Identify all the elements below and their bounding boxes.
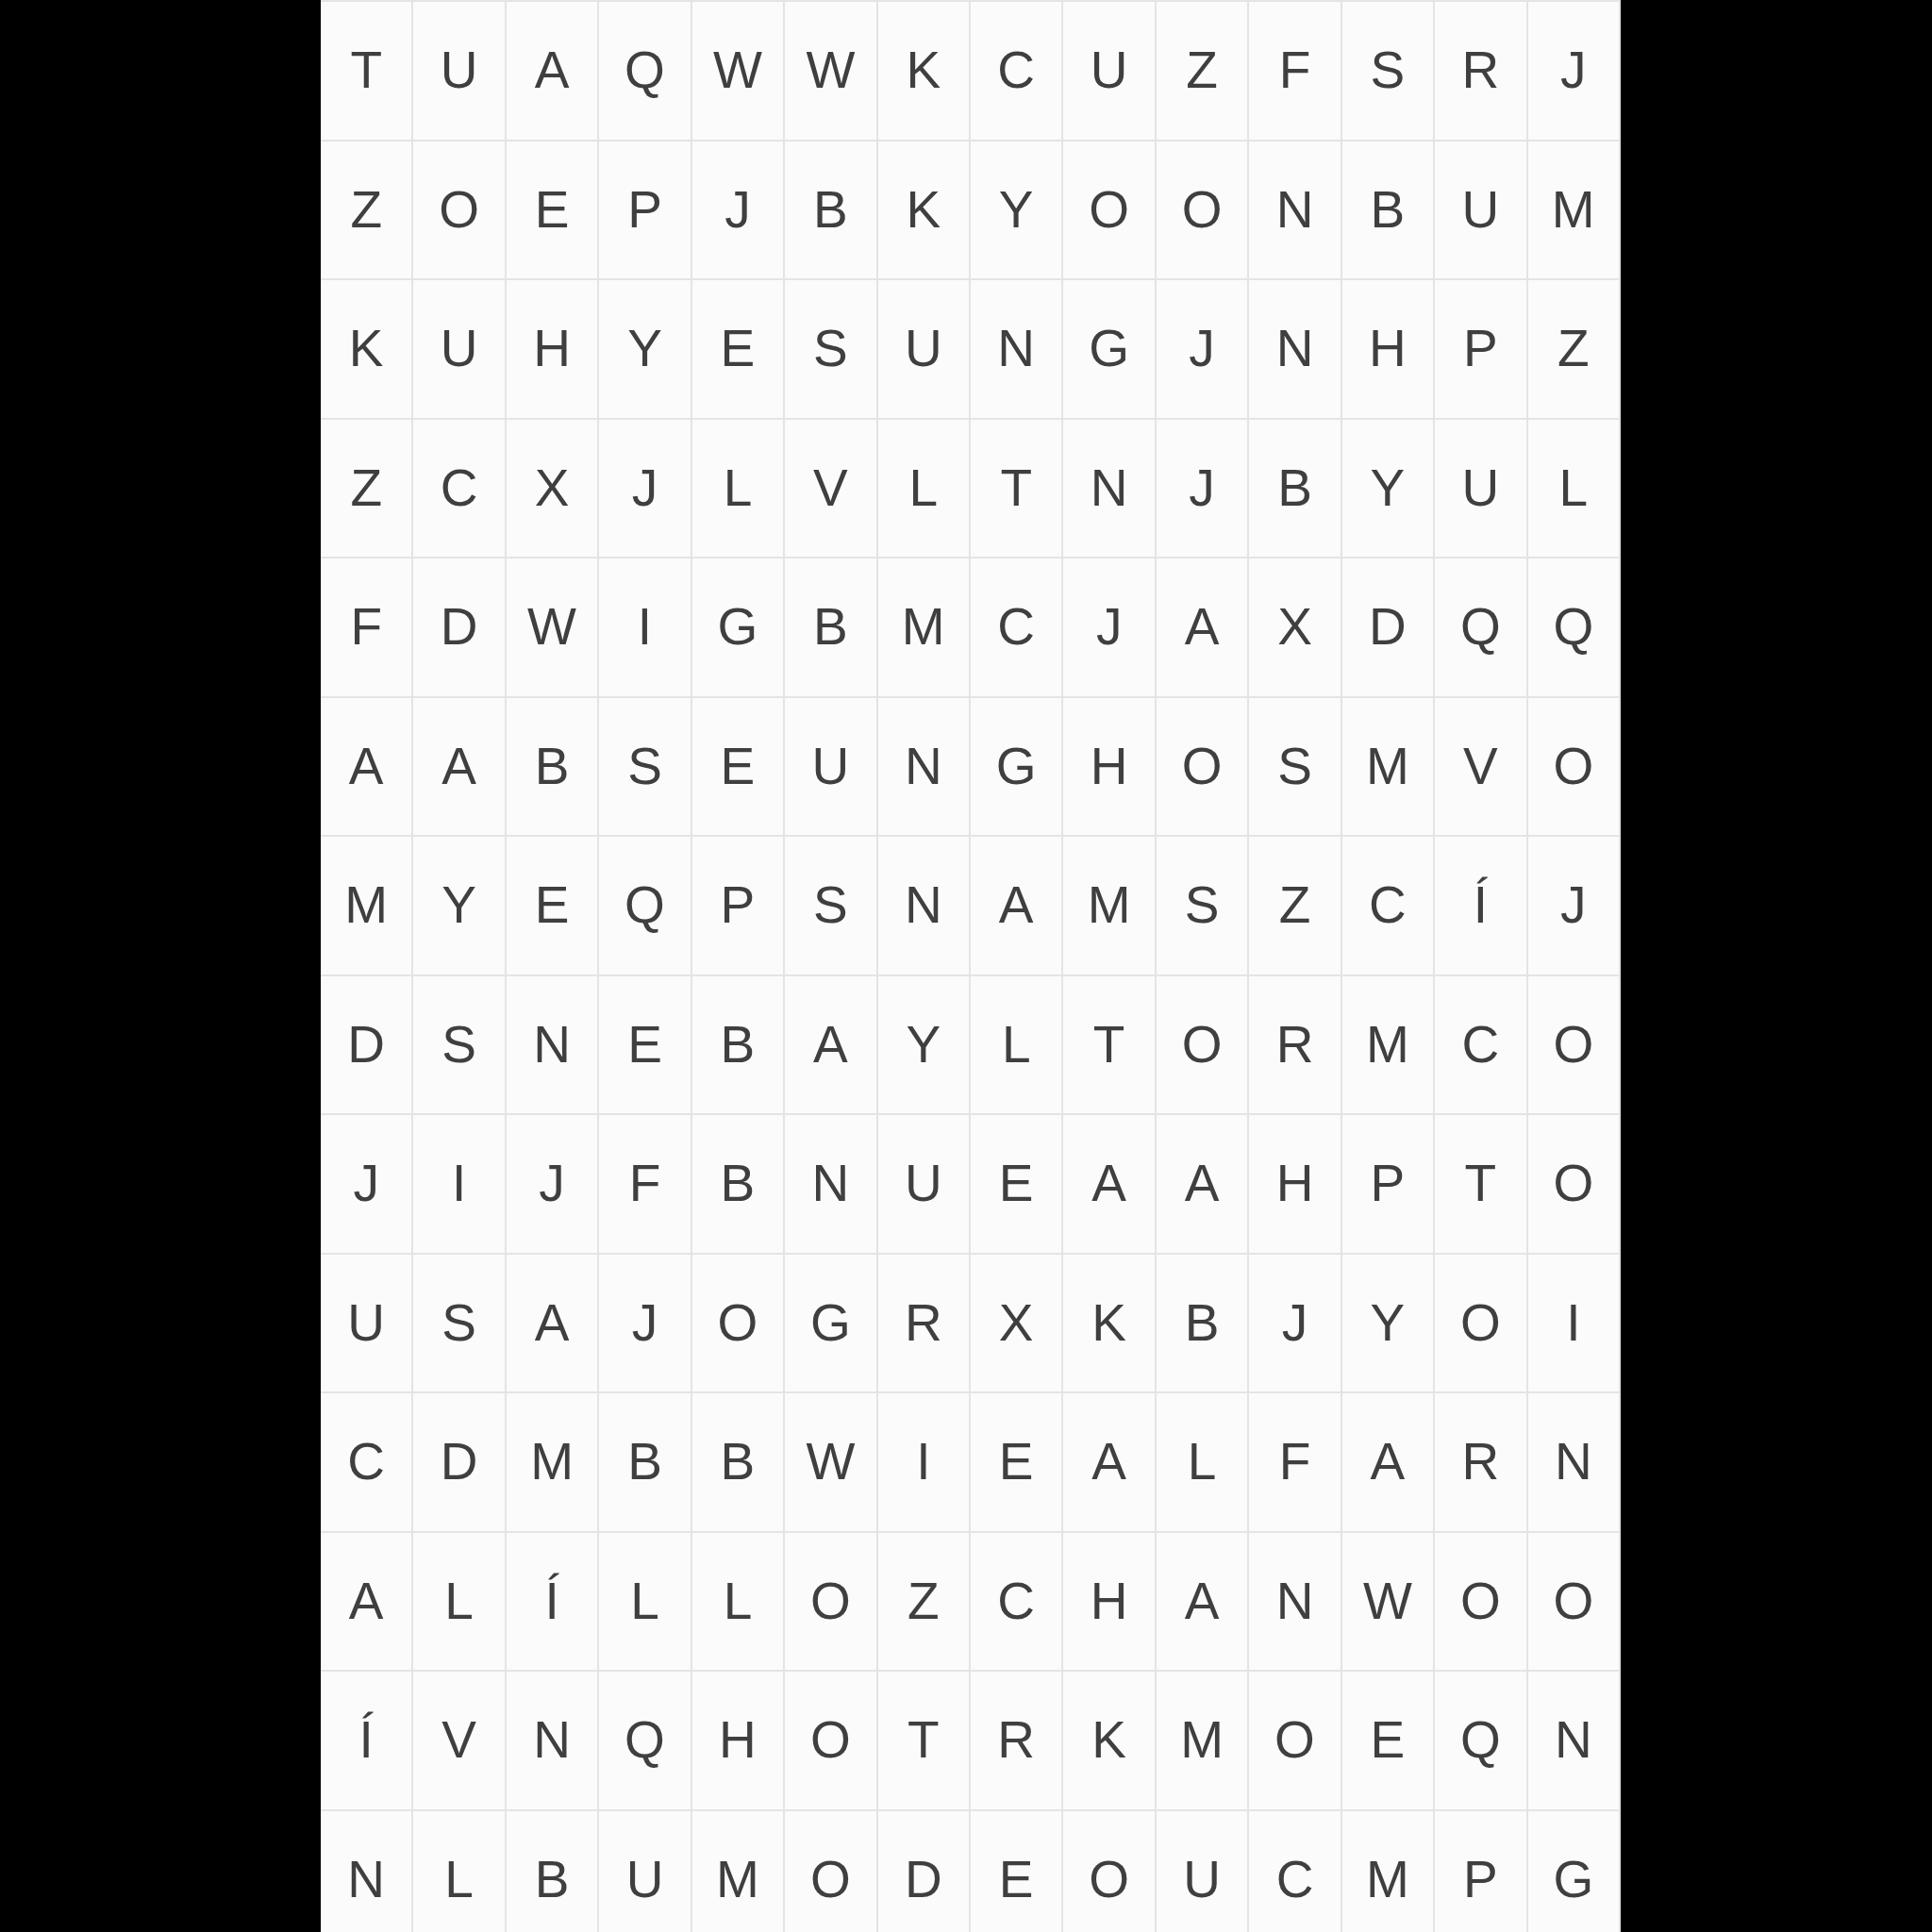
grid-cell[interactable]: N xyxy=(1249,280,1341,420)
grid-cell[interactable]: M xyxy=(692,1811,785,1932)
grid-cell[interactable]: A xyxy=(507,1255,599,1394)
grid-cell[interactable]: U xyxy=(1435,142,1527,281)
grid-cell[interactable]: B xyxy=(1249,420,1341,559)
grid-cell[interactable]: D xyxy=(321,976,413,1116)
grid-cell[interactable]: C xyxy=(971,2,1063,142)
grid-cell[interactable]: U xyxy=(413,280,506,420)
grid-cell[interactable]: E xyxy=(971,1393,1063,1533)
grid-cell[interactable]: B xyxy=(1157,1255,1249,1394)
grid-cell[interactable]: B xyxy=(507,698,599,838)
grid-cell[interactable]: Q xyxy=(1528,558,1621,698)
grid-cell[interactable]: N xyxy=(321,1811,413,1932)
grid-cell[interactable]: S xyxy=(785,837,877,976)
grid-cell[interactable]: T xyxy=(878,1672,971,1811)
grid-cell[interactable]: J xyxy=(599,420,691,559)
grid-cell[interactable]: B xyxy=(692,1393,785,1533)
grid-cell[interactable]: I xyxy=(878,1393,971,1533)
grid-cell[interactable]: J xyxy=(599,1255,691,1394)
grid-cell[interactable]: E xyxy=(507,837,599,976)
grid-cell[interactable]: O xyxy=(1435,1533,1527,1673)
grid-cell[interactable]: O xyxy=(1063,1811,1156,1932)
grid-cell[interactable]: N xyxy=(878,837,971,976)
grid-cell[interactable]: B xyxy=(1342,142,1435,281)
grid-cell[interactable]: O xyxy=(1528,698,1621,838)
grid-cell[interactable]: Í xyxy=(507,1533,599,1673)
grid-cell[interactable]: W xyxy=(785,1393,877,1533)
grid-cell[interactable]: O xyxy=(1249,1672,1341,1811)
grid-cell[interactable]: L xyxy=(692,1533,785,1673)
grid-cell[interactable]: Z xyxy=(1528,280,1621,420)
grid-cell[interactable]: B xyxy=(785,142,877,281)
grid-cell[interactable]: Z xyxy=(321,420,413,559)
grid-cell[interactable]: O xyxy=(785,1811,877,1932)
grid-cell[interactable]: A xyxy=(1063,1393,1156,1533)
grid-cell[interactable]: Y xyxy=(1342,420,1435,559)
grid-cell[interactable]: L xyxy=(1528,420,1621,559)
grid-cell[interactable]: F xyxy=(1249,1393,1341,1533)
grid-cell[interactable]: B xyxy=(692,1115,785,1255)
grid-cell[interactable]: M xyxy=(1157,1672,1249,1811)
grid-cell[interactable]: E xyxy=(1342,1672,1435,1811)
grid-cell[interactable]: M xyxy=(1342,1811,1435,1932)
grid-cell[interactable]: W xyxy=(507,558,599,698)
grid-cell[interactable]: D xyxy=(1342,558,1435,698)
grid-cell[interactable]: I xyxy=(599,558,691,698)
grid-cell[interactable]: N xyxy=(785,1115,877,1255)
grid-cell[interactable]: N xyxy=(1063,420,1156,559)
grid-cell[interactable]: S xyxy=(1157,837,1249,976)
grid-cell[interactable]: O xyxy=(1157,142,1249,281)
grid-cell[interactable]: K xyxy=(1063,1672,1156,1811)
grid-cell[interactable]: B xyxy=(599,1393,691,1533)
grid-cell[interactable]: Q xyxy=(599,2,691,142)
grid-cell[interactable]: U xyxy=(1435,420,1527,559)
grid-cell[interactable]: J xyxy=(321,1115,413,1255)
grid-cell[interactable]: O xyxy=(1528,976,1621,1116)
grid-cell[interactable]: A xyxy=(321,1533,413,1673)
grid-cell[interactable]: J xyxy=(1063,558,1156,698)
grid-cell[interactable]: O xyxy=(1063,142,1156,281)
grid-cell[interactable]: Q xyxy=(599,1672,691,1811)
grid-cell[interactable]: Z xyxy=(321,142,413,281)
grid-cell[interactable]: Í xyxy=(1435,837,1527,976)
grid-cell[interactable]: N xyxy=(1528,1393,1621,1533)
grid-cell[interactable]: R xyxy=(1435,1393,1527,1533)
grid-cell[interactable]: U xyxy=(413,2,506,142)
grid-cell[interactable]: O xyxy=(1157,698,1249,838)
grid-cell[interactable]: E xyxy=(692,280,785,420)
grid-cell[interactable]: U xyxy=(878,280,971,420)
grid-cell[interactable]: M xyxy=(1342,976,1435,1116)
grid-cell[interactable]: F xyxy=(321,558,413,698)
grid-cell[interactable]: L xyxy=(692,420,785,559)
grid-cell[interactable]: Y xyxy=(1342,1255,1435,1394)
grid-cell[interactable]: A xyxy=(1342,1393,1435,1533)
grid-cell[interactable]: O xyxy=(1435,1255,1527,1394)
grid-cell[interactable]: A xyxy=(785,976,877,1116)
grid-cell[interactable]: M xyxy=(878,558,971,698)
grid-cell[interactable]: G xyxy=(785,1255,877,1394)
grid-cell[interactable]: C xyxy=(413,420,506,559)
grid-cell[interactable]: S xyxy=(1249,698,1341,838)
grid-cell[interactable]: C xyxy=(1342,837,1435,976)
grid-cell[interactable]: O xyxy=(413,142,506,281)
grid-cell[interactable]: M xyxy=(1063,837,1156,976)
grid-cell[interactable]: Z xyxy=(878,1533,971,1673)
grid-cell[interactable]: M xyxy=(1528,142,1621,281)
grid-cell[interactable]: U xyxy=(321,1255,413,1394)
grid-cell[interactable]: D xyxy=(878,1811,971,1932)
grid-cell[interactable]: W xyxy=(785,2,877,142)
grid-cell[interactable]: J xyxy=(507,1115,599,1255)
grid-cell[interactable]: C xyxy=(321,1393,413,1533)
grid-cell[interactable]: Q xyxy=(599,837,691,976)
grid-cell[interactable]: T xyxy=(1063,976,1156,1116)
grid-cell[interactable]: Y xyxy=(599,280,691,420)
grid-cell[interactable]: R xyxy=(1249,976,1341,1116)
grid-cell[interactable]: N xyxy=(507,976,599,1116)
grid-cell[interactable]: N xyxy=(507,1672,599,1811)
grid-cell[interactable]: W xyxy=(692,2,785,142)
grid-cell[interactable]: E xyxy=(971,1115,1063,1255)
grid-cell[interactable]: L xyxy=(413,1533,506,1673)
grid-cell[interactable]: A xyxy=(1157,1533,1249,1673)
grid-cell[interactable]: E xyxy=(692,698,785,838)
grid-cell[interactable]: H xyxy=(692,1672,785,1811)
word-search-board: TUAQWWKCUZFSRJZOEPJBKYOONBUMKUHYESUNGJNH… xyxy=(321,0,1621,1932)
grid-cell[interactable]: Y xyxy=(971,142,1063,281)
grid-cell[interactable]: R xyxy=(1435,2,1527,142)
grid-cell[interactable]: P xyxy=(692,837,785,976)
grid-cell[interactable]: K xyxy=(1063,1255,1156,1394)
grid-cell[interactable]: V xyxy=(1435,698,1527,838)
grid-cell[interactable]: U xyxy=(1063,2,1156,142)
grid-cell[interactable]: C xyxy=(1249,1811,1341,1932)
letter-grid: TUAQWWKCUZFSRJZOEPJBKYOONBUMKUHYESUNGJNH… xyxy=(321,0,1621,1932)
grid-cell[interactable]: A xyxy=(1157,1115,1249,1255)
app-screen: TUAQWWKCUZFSRJZOEPJBKYOONBUMKUHYESUNGJNH… xyxy=(0,0,1932,1932)
grid-cell[interactable]: K xyxy=(878,2,971,142)
grid-cell[interactable]: B xyxy=(692,976,785,1116)
grid-cell[interactable]: L xyxy=(971,976,1063,1116)
grid-cell[interactable]: G xyxy=(971,698,1063,838)
grid-cell[interactable]: H xyxy=(1063,698,1156,838)
grid-cell[interactable]: P xyxy=(1342,1115,1435,1255)
grid-cell[interactable]: N xyxy=(878,698,971,838)
grid-cell[interactable]: Í xyxy=(321,1672,413,1811)
grid-cell[interactable]: S xyxy=(413,1255,506,1394)
grid-cell[interactable]: C xyxy=(1435,976,1527,1116)
grid-cell[interactable]: T xyxy=(971,420,1063,559)
grid-cell[interactable]: R xyxy=(971,1672,1063,1811)
grid-cell[interactable]: K xyxy=(321,280,413,420)
grid-cell[interactable]: S xyxy=(1342,2,1435,142)
grid-cell[interactable]: L xyxy=(1157,1393,1249,1533)
grid-cell[interactable]: D xyxy=(413,1393,506,1533)
grid-cell[interactable]: Q xyxy=(1435,1672,1527,1811)
grid-cell[interactable]: O xyxy=(1528,1115,1621,1255)
grid-cell[interactable]: S xyxy=(413,976,506,1116)
grid-cell[interactable]: C xyxy=(971,1533,1063,1673)
grid-cell[interactable]: M xyxy=(1342,698,1435,838)
grid-cell[interactable]: S xyxy=(785,280,877,420)
grid-cell[interactable]: H xyxy=(1342,280,1435,420)
grid-cell[interactable]: B xyxy=(507,1811,599,1932)
grid-cell[interactable]: R xyxy=(878,1255,971,1394)
grid-cell[interactable]: P xyxy=(599,142,691,281)
grid-cell[interactable]: J xyxy=(692,142,785,281)
grid-cell[interactable]: C xyxy=(971,558,1063,698)
grid-cell[interactable]: B xyxy=(785,558,877,698)
grid-cell[interactable]: T xyxy=(321,2,413,142)
grid-cell[interactable]: P xyxy=(1435,280,1527,420)
grid-cell[interactable]: A xyxy=(507,2,599,142)
grid-cell[interactable]: L xyxy=(413,1811,506,1932)
grid-cell[interactable]: N xyxy=(1528,1672,1621,1811)
grid-cell[interactable]: G xyxy=(1063,280,1156,420)
grid-cell[interactable]: D xyxy=(413,558,506,698)
grid-cell[interactable]: J xyxy=(1528,837,1621,976)
grid-cell[interactable]: U xyxy=(785,698,877,838)
grid-cell[interactable]: H xyxy=(1249,1115,1341,1255)
grid-cell[interactable]: J xyxy=(1249,1255,1341,1394)
grid-cell[interactable]: V xyxy=(785,420,877,559)
grid-cell[interactable]: M xyxy=(321,837,413,976)
grid-cell[interactable]: E xyxy=(507,142,599,281)
grid-cell[interactable]: A xyxy=(1157,558,1249,698)
grid-cell[interactable]: L xyxy=(599,1533,691,1673)
grid-cell[interactable]: J xyxy=(1528,2,1621,142)
grid-cell[interactable]: I xyxy=(1528,1255,1621,1394)
grid-cell[interactable]: T xyxy=(1435,1115,1527,1255)
grid-cell[interactable]: O xyxy=(785,1672,877,1811)
grid-cell[interactable]: X xyxy=(1249,558,1341,698)
grid-cell[interactable]: N xyxy=(1249,142,1341,281)
grid-cell[interactable]: E xyxy=(971,1811,1063,1932)
grid-cell[interactable]: X xyxy=(971,1255,1063,1394)
grid-cell[interactable]: A xyxy=(321,698,413,838)
grid-cell[interactable]: S xyxy=(599,698,691,838)
grid-cell[interactable]: U xyxy=(1157,1811,1249,1932)
grid-cell[interactable]: H xyxy=(507,280,599,420)
grid-cell[interactable]: L xyxy=(878,420,971,559)
grid-cell[interactable]: A xyxy=(1063,1115,1156,1255)
grid-cell[interactable]: E xyxy=(599,976,691,1116)
grid-cell[interactable]: M xyxy=(507,1393,599,1533)
grid-cell[interactable]: O xyxy=(692,1255,785,1394)
grid-cell[interactable]: P xyxy=(1435,1811,1527,1932)
grid-cell[interactable]: V xyxy=(413,1672,506,1811)
grid-cell[interactable]: X xyxy=(507,420,599,559)
grid-cell[interactable]: Y xyxy=(413,837,506,976)
grid-cell[interactable]: I xyxy=(413,1115,506,1255)
grid-cell[interactable]: Z xyxy=(1157,2,1249,142)
grid-cell[interactable]: U xyxy=(599,1811,691,1932)
grid-cell[interactable]: N xyxy=(1249,1533,1341,1673)
grid-cell[interactable]: H xyxy=(1063,1533,1156,1673)
grid-cell[interactable]: N xyxy=(971,280,1063,420)
grid-cell[interactable]: K xyxy=(878,142,971,281)
grid-cell[interactable]: O xyxy=(785,1533,877,1673)
grid-cell[interactable]: G xyxy=(1528,1811,1621,1932)
grid-cell[interactable]: Z xyxy=(1249,837,1341,976)
grid-cell[interactable]: Y xyxy=(878,976,971,1116)
grid-cell[interactable]: W xyxy=(1342,1533,1435,1673)
grid-cell[interactable]: A xyxy=(413,698,506,838)
grid-cell[interactable]: U xyxy=(878,1115,971,1255)
grid-cell[interactable]: G xyxy=(692,558,785,698)
grid-cell[interactable]: A xyxy=(971,837,1063,976)
grid-cell[interactable]: J xyxy=(1157,280,1249,420)
grid-cell[interactable]: F xyxy=(599,1115,691,1255)
grid-cell[interactable]: J xyxy=(1157,420,1249,559)
grid-cell[interactable]: O xyxy=(1157,976,1249,1116)
grid-cell[interactable]: Q xyxy=(1435,558,1527,698)
grid-cell[interactable]: F xyxy=(1249,2,1341,142)
grid-cell[interactable]: O xyxy=(1528,1533,1621,1673)
